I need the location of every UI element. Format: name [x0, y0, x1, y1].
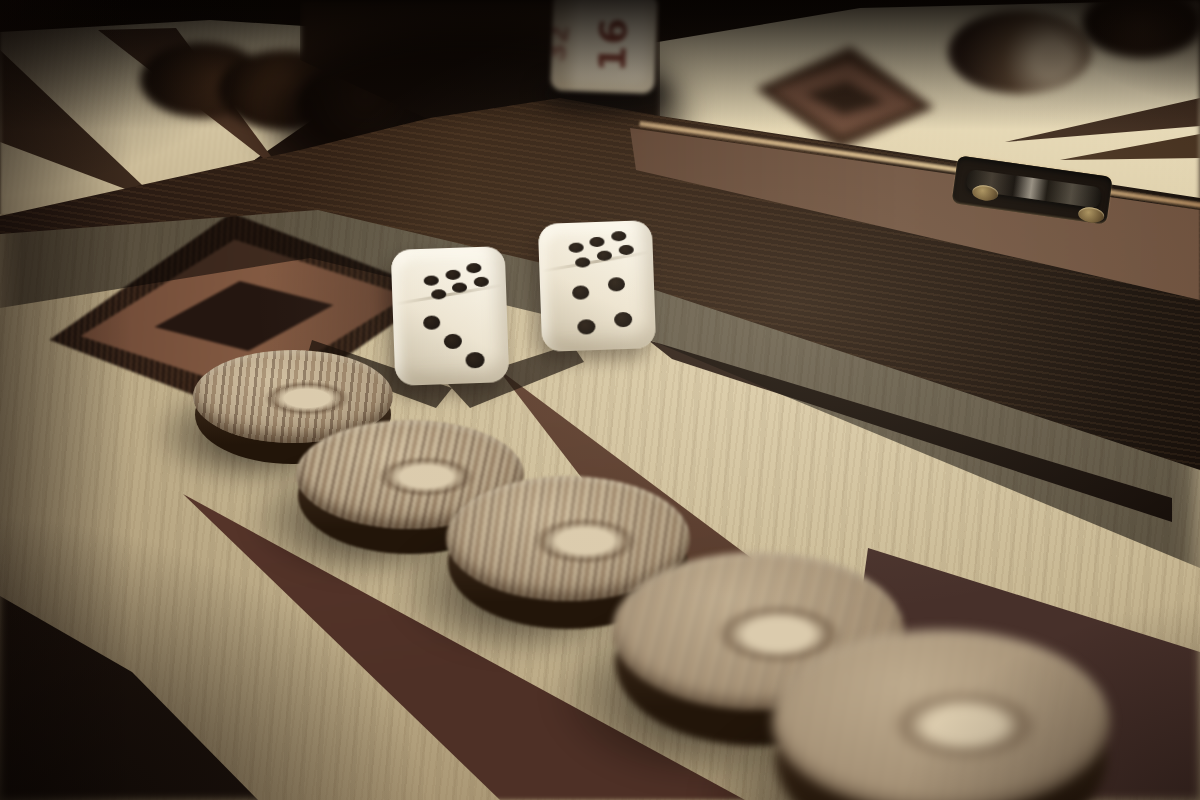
die-1[interactable]	[391, 246, 510, 386]
dark-checker-far-right[interactable]	[948, 10, 1092, 94]
checker-5[interactable]	[772, 630, 1110, 800]
die-2[interactable]	[538, 220, 656, 352]
backgammon-photo: 32 16	[0, 0, 1200, 800]
doubling-cube[interactable]: 32 16	[550, 0, 657, 94]
die-1-body	[391, 246, 510, 386]
doubling-cube-numeral: 16	[572, 11, 654, 78]
